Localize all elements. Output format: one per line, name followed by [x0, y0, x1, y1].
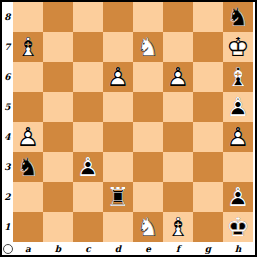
- square-h2[interactable]: ♟♙: [223, 182, 253, 212]
- square-d5[interactable]: [103, 92, 133, 122]
- square-h4[interactable]: ♟♙: [223, 122, 253, 152]
- square-b8[interactable]: [43, 2, 73, 32]
- square-e4[interactable]: [133, 122, 163, 152]
- square-h1[interactable]: ♚♔: [223, 212, 253, 242]
- rank-label-1: 1: [2, 212, 13, 242]
- file-label-d: d: [103, 242, 133, 255]
- file-label-a: a: [13, 242, 43, 255]
- rank-label-3: 3: [2, 152, 13, 182]
- square-b5[interactable]: [43, 92, 73, 122]
- rank-label-7: 7: [2, 32, 13, 62]
- piece-outline-glyph: ♘: [136, 34, 159, 60]
- square-g4[interactable]: [193, 122, 223, 152]
- piece-outline-glyph: ♘: [136, 214, 159, 240]
- rank-labels: 87654321: [2, 2, 13, 242]
- square-d7[interactable]: [103, 32, 133, 62]
- square-h7[interactable]: ♚♔: [223, 32, 253, 62]
- square-b3[interactable]: [43, 152, 73, 182]
- square-d1[interactable]: [103, 212, 133, 242]
- black-rook-d2[interactable]: ♜♖: [103, 182, 133, 212]
- black-pawn-h5[interactable]: ♟♙: [223, 92, 253, 122]
- piece-outline-glyph: ♔: [226, 34, 249, 60]
- square-c6[interactable]: [73, 62, 103, 92]
- square-f3[interactable]: [163, 152, 193, 182]
- square-b1[interactable]: [43, 212, 73, 242]
- square-d2[interactable]: ♜♖: [103, 182, 133, 212]
- white-bishop-f1[interactable]: ♝♗: [163, 212, 193, 242]
- black-king-h1[interactable]: ♚♔: [223, 212, 253, 242]
- square-a2[interactable]: [13, 182, 43, 212]
- square-c7[interactable]: [73, 32, 103, 62]
- square-a3[interactable]: ♞♘: [13, 152, 43, 182]
- piece-outline-glyph: ♙: [76, 154, 99, 180]
- black-bishop-h6[interactable]: ♝♗: [223, 62, 253, 92]
- square-a6[interactable]: [13, 62, 43, 92]
- file-label-c: c: [73, 242, 103, 255]
- piece-outline-glyph: ♙: [226, 184, 249, 210]
- square-g7[interactable]: [193, 32, 223, 62]
- square-a5[interactable]: [13, 92, 43, 122]
- rank-label-8: 8: [2, 2, 13, 32]
- square-g1[interactable]: [193, 212, 223, 242]
- square-f2[interactable]: [163, 182, 193, 212]
- square-e6[interactable]: [133, 62, 163, 92]
- square-g8[interactable]: [193, 2, 223, 32]
- chess-board[interactable]: ♞♘♝♗♞♘♚♔♟♙♟♙♝♗♟♙♟♙♟♙♞♘♟♙♜♖♟♙♞♘♝♗♚♔: [13, 2, 253, 242]
- square-a4[interactable]: ♟♙: [13, 122, 43, 152]
- white-pawn-h4[interactable]: ♟♙: [223, 122, 253, 152]
- square-c3[interactable]: ♟♙: [73, 152, 103, 182]
- square-f8[interactable]: [163, 2, 193, 32]
- square-b4[interactable]: [43, 122, 73, 152]
- black-knight-h8[interactable]: ♞♘: [223, 2, 253, 32]
- file-label-g: g: [193, 242, 223, 255]
- square-a1[interactable]: [13, 212, 43, 242]
- square-c5[interactable]: [73, 92, 103, 122]
- piece-outline-glyph: ♙: [16, 124, 39, 150]
- file-label-f: f: [163, 242, 193, 255]
- piece-outline-glyph: ♗: [226, 64, 249, 90]
- piece-outline-glyph: ♘: [226, 4, 249, 30]
- square-d3[interactable]: [103, 152, 133, 182]
- chess-diagram: 87654321 ♞♘♝♗♞♘♚♔♟♙♟♙♝♗♟♙♟♙♟♙♞♘♟♙♜♖♟♙♞♘♝…: [0, 0, 257, 257]
- square-e1[interactable]: ♞♘: [133, 212, 163, 242]
- square-f4[interactable]: [163, 122, 193, 152]
- square-c8[interactable]: [73, 2, 103, 32]
- square-e7[interactable]: ♞♘: [133, 32, 163, 62]
- file-label-h: h: [223, 242, 253, 255]
- black-knight-a3[interactable]: ♞♘: [13, 152, 43, 182]
- rank-label-5: 5: [2, 92, 13, 122]
- square-b6[interactable]: [43, 62, 73, 92]
- square-h8[interactable]: ♞♘: [223, 2, 253, 32]
- piece-outline-glyph: ♙: [166, 64, 189, 90]
- square-g5[interactable]: [193, 92, 223, 122]
- piece-outline-glyph: ♖: [106, 184, 129, 210]
- piece-outline-glyph: ♙: [226, 94, 249, 120]
- piece-outline-glyph: ♔: [226, 214, 249, 240]
- square-e5[interactable]: [133, 92, 163, 122]
- piece-outline-glyph: ♘: [16, 154, 39, 180]
- white-pawn-d6[interactable]: ♟♙: [103, 62, 133, 92]
- white-bishop-a7[interactable]: ♝♗: [13, 32, 43, 62]
- square-h3[interactable]: [223, 152, 253, 182]
- square-f1[interactable]: ♝♗: [163, 212, 193, 242]
- square-e2[interactable]: [133, 182, 163, 212]
- square-d6[interactable]: ♟♙: [103, 62, 133, 92]
- square-d4[interactable]: [103, 122, 133, 152]
- piece-outline-glyph: ♙: [106, 64, 129, 90]
- white-knight-e1[interactable]: ♞♘: [133, 212, 163, 242]
- rank-label-4: 4: [2, 122, 13, 152]
- piece-outline-glyph: ♗: [166, 214, 189, 240]
- black-pawn-h2[interactable]: ♟♙: [223, 182, 253, 212]
- square-h5[interactable]: ♟♙: [223, 92, 253, 122]
- black-pawn-c3[interactable]: ♟♙: [73, 152, 103, 182]
- square-b2[interactable]: [43, 182, 73, 212]
- white-knight-e7[interactable]: ♞♘: [133, 32, 163, 62]
- to-move-indicator: [3, 244, 13, 254]
- square-f6[interactable]: ♟♙: [163, 62, 193, 92]
- square-e8[interactable]: [133, 2, 163, 32]
- square-g6[interactable]: [193, 62, 223, 92]
- square-g2[interactable]: [193, 182, 223, 212]
- square-f5[interactable]: [163, 92, 193, 122]
- square-g3[interactable]: [193, 152, 223, 182]
- file-label-b: b: [43, 242, 73, 255]
- white-pawn-a4[interactable]: ♟♙: [13, 122, 43, 152]
- square-e3[interactable]: [133, 152, 163, 182]
- square-a8[interactable]: [13, 2, 43, 32]
- square-d8[interactable]: [103, 2, 133, 32]
- square-c4[interactable]: [73, 122, 103, 152]
- file-labels: abcdefgh: [13, 242, 253, 255]
- rank-label-6: 6: [2, 62, 13, 92]
- square-b7[interactable]: [43, 32, 73, 62]
- white-pawn-f6[interactable]: ♟♙: [163, 62, 193, 92]
- piece-outline-glyph: ♗: [16, 34, 39, 60]
- square-a7[interactable]: ♝♗: [13, 32, 43, 62]
- piece-outline-glyph: ♙: [226, 124, 249, 150]
- file-label-e: e: [133, 242, 163, 255]
- square-c1[interactable]: [73, 212, 103, 242]
- white-king-h7[interactable]: ♚♔: [223, 32, 253, 62]
- square-f7[interactable]: [163, 32, 193, 62]
- square-h6[interactable]: ♝♗: [223, 62, 253, 92]
- rank-label-2: 2: [2, 182, 13, 212]
- square-c2[interactable]: [73, 182, 103, 212]
